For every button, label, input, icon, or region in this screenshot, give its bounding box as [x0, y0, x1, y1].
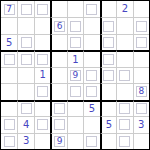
sudoku-cell[interactable]	[133, 133, 149, 149]
sudoku-cell[interactable]: 8	[133, 83, 149, 99]
cell-marker-square	[119, 103, 130, 114]
cell-marker-square	[119, 136, 130, 147]
sudoku-cell[interactable]: 3	[17, 133, 33, 149]
cell-marker-square	[86, 70, 97, 81]
sudoku-cell[interactable]	[17, 17, 33, 33]
cell-marker-square	[21, 54, 32, 65]
sudoku-cell[interactable]	[116, 133, 132, 149]
sudoku-cell[interactable]	[17, 100, 33, 116]
sudoku-cell[interactable]	[116, 17, 132, 33]
sudoku-cell[interactable]	[1, 17, 17, 33]
sudoku-cell[interactable]	[34, 83, 50, 99]
sudoku-cell[interactable]	[1, 67, 17, 83]
cell-marker-square	[21, 4, 32, 15]
cell-marker-square	[70, 86, 81, 97]
cell-digit: 5	[106, 120, 112, 130]
cell-marker-square	[136, 37, 147, 48]
cell-digit: 6	[57, 22, 63, 31]
sudoku-cell[interactable]	[34, 116, 50, 132]
sudoku-cell[interactable]	[83, 83, 99, 99]
sudoku-cell[interactable]	[34, 17, 50, 33]
cell-digit: 7	[6, 5, 12, 14]
cell-digit: 5	[6, 38, 12, 48]
sudoku-cell[interactable]	[50, 67, 66, 83]
sudoku-cell[interactable]	[67, 116, 83, 132]
sudoku-cell[interactable]: 2	[116, 1, 132, 17]
cell-marker-square	[103, 70, 114, 81]
sudoku-cell[interactable]	[67, 83, 83, 99]
sudoku-cell[interactable]	[67, 1, 83, 17]
sudoku-cell[interactable]	[83, 50, 99, 66]
sudoku-cell[interactable]	[100, 1, 116, 17]
sudoku-cell[interactable]	[1, 50, 17, 66]
cell-digit: 1	[72, 55, 78, 65]
sudoku-cell[interactable]	[100, 17, 116, 33]
sudoku-cell[interactable]	[116, 116, 132, 132]
sudoku-cell[interactable]	[133, 50, 149, 66]
sudoku-cell[interactable]	[50, 100, 66, 116]
cell-digit: 9	[73, 71, 79, 80]
cell-marker-square	[37, 54, 48, 65]
cell-digit: 3	[138, 120, 144, 130]
cell-marker-square	[103, 21, 114, 32]
sudoku-cell[interactable]	[67, 100, 83, 116]
cell-marker-square: 6	[54, 21, 65, 32]
cell-marker-square	[4, 136, 15, 147]
sudoku-cell[interactable]	[116, 34, 132, 50]
cell-marker-square	[4, 119, 15, 130]
sudoku-cell[interactable]	[100, 67, 116, 83]
cell-marker-square	[4, 54, 15, 65]
sudoku-cell[interactable]	[34, 50, 50, 66]
sudoku-board: 72651198545339	[0, 0, 150, 150]
cell-marker-square	[103, 54, 114, 65]
sudoku-cell[interactable]: 5	[83, 100, 99, 116]
sudoku-cell[interactable]	[50, 34, 66, 50]
sudoku-cell[interactable]: 9	[67, 67, 83, 83]
sudoku-cell[interactable]	[100, 50, 116, 66]
sudoku-cell[interactable]	[133, 100, 149, 116]
sudoku-cell[interactable]	[34, 1, 50, 17]
sudoku-cell[interactable]: 3	[133, 116, 149, 132]
cell-marker-square	[86, 4, 97, 15]
cell-marker-square	[86, 136, 97, 147]
sudoku-cell[interactable]	[34, 100, 50, 116]
cell-marker-square	[54, 103, 65, 114]
cell-digit: 2	[122, 4, 128, 14]
sudoku-cell[interactable]	[100, 133, 116, 149]
cell-marker-square	[37, 4, 48, 15]
sudoku-cell[interactable]: 4	[17, 116, 33, 132]
sudoku-cell[interactable]	[67, 133, 83, 149]
sudoku-cell[interactable]	[83, 17, 99, 33]
cell-marker-square	[119, 70, 130, 81]
sudoku-cell[interactable]: 5	[100, 116, 116, 132]
cell-marker-square: 8	[136, 86, 147, 97]
cell-marker-square	[86, 86, 97, 97]
cell-marker-square	[136, 21, 147, 32]
cell-digit: 9	[57, 137, 63, 146]
cell-marker-square	[54, 119, 65, 130]
cell-digit: 4	[23, 120, 29, 130]
sudoku-cell[interactable]	[133, 34, 149, 50]
cell-marker-square	[37, 119, 48, 130]
sudoku-cell[interactable]	[1, 116, 17, 132]
sudoku-cell[interactable]	[1, 133, 17, 149]
sudoku-cell[interactable]	[17, 83, 33, 99]
sudoku-cell[interactable]	[133, 1, 149, 17]
sudoku-cell[interactable]	[133, 67, 149, 83]
sudoku-cell[interactable]	[50, 116, 66, 132]
sudoku-cell[interactable]	[116, 50, 132, 66]
sudoku-cell[interactable]	[100, 83, 116, 99]
sudoku-cell[interactable]	[116, 67, 132, 83]
cell-digit: 8	[138, 87, 144, 96]
cell-digit: 5	[89, 104, 95, 114]
sudoku-cell[interactable]: 9	[50, 133, 66, 149]
cell-marker-square	[21, 103, 32, 114]
sudoku-cell[interactable]	[83, 67, 99, 83]
sudoku-cell[interactable]: 5	[1, 34, 17, 50]
cell-digit: 3	[23, 136, 29, 146]
cell-marker-square: 7	[4, 4, 15, 15]
sudoku-cell[interactable]	[100, 34, 116, 50]
sudoku-cell[interactable]	[83, 34, 99, 50]
sudoku-cell[interactable]	[1, 100, 17, 116]
sudoku-cell[interactable]	[67, 17, 83, 33]
sudoku-cell[interactable]	[83, 133, 99, 149]
sudoku-cell[interactable]	[17, 34, 33, 50]
sudoku-cell[interactable]	[67, 34, 83, 50]
cell-marker-square	[70, 37, 81, 48]
sudoku-cell[interactable]	[50, 50, 66, 66]
sudoku-cell[interactable]	[100, 100, 116, 116]
cell-marker-square	[119, 119, 130, 130]
sudoku-cell[interactable]	[83, 1, 99, 17]
cell-marker-square	[21, 37, 32, 48]
cell-marker-square: 9	[54, 136, 65, 147]
cell-marker-square: 9	[70, 70, 81, 81]
sudoku-cell[interactable]	[50, 83, 66, 99]
sudoku-cell[interactable]	[1, 83, 17, 99]
cell-marker-square	[70, 21, 81, 32]
cell-digit: 1	[39, 70, 45, 80]
sudoku-cell[interactable]	[34, 34, 50, 50]
sudoku-cell[interactable]	[34, 133, 50, 149]
sudoku-cell[interactable]	[50, 1, 66, 17]
sudoku-cell[interactable]: 7	[1, 1, 17, 17]
sudoku-cell[interactable]: 1	[67, 50, 83, 66]
sudoku-cell[interactable]	[116, 100, 132, 116]
sudoku-cell[interactable]	[17, 1, 33, 17]
cell-marker-square	[136, 103, 147, 114]
sudoku-cell[interactable]	[133, 17, 149, 33]
cell-marker-square	[103, 37, 114, 48]
sudoku-cell[interactable]: 6	[50, 17, 66, 33]
cell-marker-square	[37, 86, 48, 97]
sudoku-cell[interactable]: 1	[34, 67, 50, 83]
sudoku-cell[interactable]	[116, 83, 132, 99]
sudoku-cell[interactable]	[83, 116, 99, 132]
sudoku-cell[interactable]	[17, 67, 33, 83]
sudoku-cell[interactable]	[17, 50, 33, 66]
